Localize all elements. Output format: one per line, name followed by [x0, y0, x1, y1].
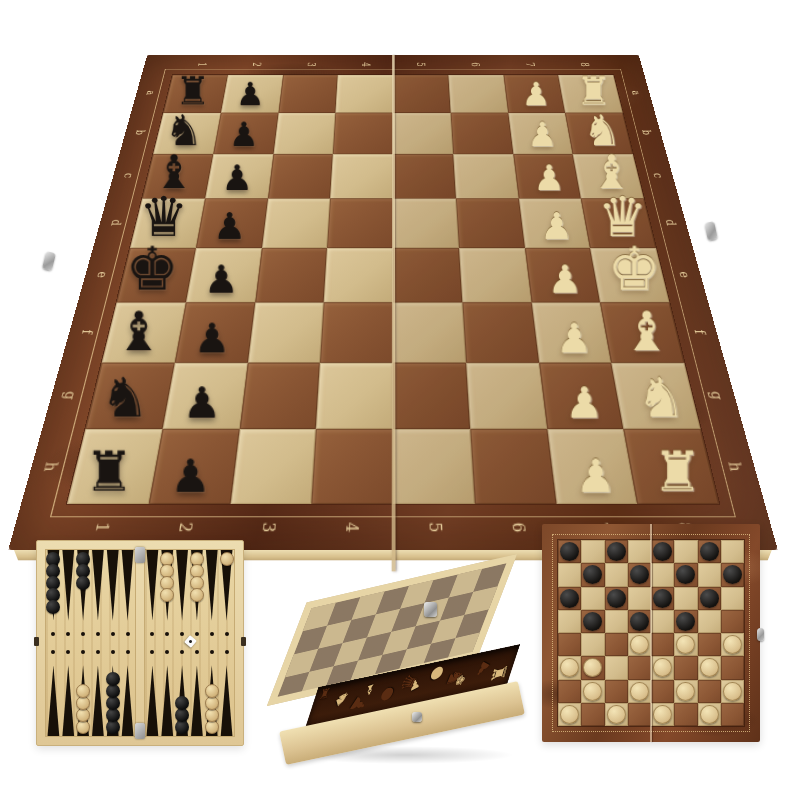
checkers-latch-icon: [757, 628, 764, 641]
black-checker-disc: [676, 612, 695, 631]
file-label-bottom: 5: [425, 522, 444, 532]
checkers-square: [721, 563, 744, 586]
backgammon-left-half: [45, 549, 136, 737]
white-pawn: ♟: [565, 382, 604, 425]
black-checker-disc: [560, 542, 579, 561]
checkers-square: [698, 540, 721, 563]
chess-square-a2: ♟: [221, 75, 283, 113]
file-label-top: 2: [250, 62, 263, 66]
checkers-square: [721, 656, 744, 679]
point-dot: [111, 650, 115, 654]
chess-square-g8: ♞: [611, 362, 700, 429]
wood-checker-disc: [676, 682, 695, 701]
checkers-board: [542, 524, 760, 742]
point-dot: [195, 632, 199, 636]
chess-square-f7: ♟: [531, 302, 611, 362]
chess-square-a4: [336, 75, 393, 113]
rank-label-left: g: [60, 391, 79, 399]
rank-label-right: h: [725, 462, 746, 472]
black-pawn: ♟: [193, 318, 230, 359]
folding-box-ajar: ♜♞♟♝●♛♟●♞♚♟♜: [274, 560, 532, 770]
checkers-square: [651, 656, 674, 679]
wood-backgammon-checker: [76, 708, 90, 722]
black-rook: ♜: [84, 444, 134, 500]
black-backgammon-checker: [106, 684, 120, 698]
rank-label-right: a: [629, 91, 643, 95]
black-backgammon-checker: [175, 708, 189, 722]
file-label-bottom: 3: [258, 522, 278, 532]
file-label-top: 3: [305, 62, 318, 66]
rank-label-right: c: [650, 173, 665, 178]
checkers-square: [721, 610, 744, 633]
point-dot: [225, 632, 229, 636]
backgammon-point: [91, 665, 104, 736]
wood-checker-disc: [560, 658, 579, 677]
checkers-square: [581, 656, 604, 679]
black-backgammon-checker: [106, 672, 120, 686]
chess-square-h2: ♟: [148, 429, 239, 504]
checkers-square: [605, 633, 628, 656]
wood-backgammon-checker: [220, 552, 234, 566]
wood-backgammon-checker: [76, 720, 90, 734]
checkers-square: [698, 656, 721, 679]
chess-square-e3: [255, 248, 327, 302]
backgammon-clasp-left-icon: [34, 637, 39, 646]
file-label-bottom: 2: [175, 522, 196, 532]
checkers-square: [628, 563, 651, 586]
chess-board: ♜♟♟♜♞♟♟♞♝♟♟♝♛♟♟♛♚♟♟♚♝♟♟♝♞♟♟♞♜♟♟♜ 1122334…: [8, 55, 778, 550]
black-bishop: ♝: [115, 304, 163, 358]
chess-square-c3: [268, 154, 333, 199]
point-dot: [150, 632, 154, 636]
wood-backgammon-checker: [205, 696, 219, 710]
wood-checker-disc: [653, 705, 672, 724]
stored-piece: ●: [377, 684, 397, 706]
chess-square-d4: [327, 199, 393, 248]
checkers-square: [558, 633, 581, 656]
chess-square-h5: [393, 429, 475, 504]
wood-checker-disc: [723, 682, 742, 701]
checkers-board-hinge: [650, 524, 652, 742]
wood-backgammon-checker: [205, 720, 219, 734]
checkers-square: [721, 680, 744, 703]
file-label-bottom: 6: [508, 522, 528, 532]
point-dot: [150, 650, 154, 654]
wood-backgammon-checker: [160, 588, 174, 602]
point-dot: [165, 632, 169, 636]
stored-piece: ♜: [488, 662, 511, 684]
black-checker-disc: [630, 565, 649, 584]
chess-square-e6: [459, 248, 531, 302]
checkers-square: [628, 633, 651, 656]
checkers-square: [558, 563, 581, 586]
checkers-square: [581, 587, 604, 610]
checkers-square: [698, 633, 721, 656]
checkers-square: [581, 610, 604, 633]
black-backgammon-checker: [46, 600, 60, 614]
point-dot: [210, 632, 214, 636]
backgammon-point: [190, 665, 203, 736]
point-dot: [126, 632, 130, 636]
chess-square-h4: [311, 429, 393, 504]
wood-checker-disc: [583, 658, 602, 677]
chess-square-c5: [393, 154, 456, 199]
chess-square-g2: ♟: [162, 362, 247, 429]
rank-label-right: d: [662, 220, 678, 226]
chess-square-h7: ♟: [547, 429, 638, 504]
checkers-square: [605, 587, 628, 610]
chess-square-g6: [466, 362, 547, 429]
backgammon-point: [220, 665, 233, 736]
black-checker-disc: [560, 589, 579, 608]
backgammon-point: [161, 665, 174, 736]
backgammon-point: [91, 550, 104, 621]
chess-square-b3: [273, 113, 335, 154]
file-label-top: 6: [469, 62, 482, 66]
rank-label-left: f: [78, 330, 95, 334]
checkers-square: [651, 587, 674, 610]
checkers-square: [581, 703, 604, 726]
chess-square-c7: ♟: [513, 154, 581, 199]
black-checker-disc: [607, 589, 626, 608]
point-dot: [111, 632, 115, 636]
box-clasp-top-icon: [424, 602, 437, 617]
backgammon-point: [205, 550, 218, 621]
black-pawn: ♟: [182, 382, 221, 425]
white-pawn: ♟: [534, 161, 566, 196]
black-king: ♚: [125, 239, 179, 299]
chess-square-g1: ♞: [85, 362, 174, 429]
chess-square-e1: ♚: [117, 248, 196, 302]
chess-square-f4: [320, 302, 393, 362]
chess-square-b7: ♟: [508, 113, 573, 154]
checkers-square: [721, 540, 744, 563]
wood-backgammon-checker: [190, 588, 204, 602]
backgammon-point: [121, 665, 134, 736]
checkers-square: [698, 680, 721, 703]
backgammon-clasp-right-icon: [241, 637, 246, 646]
chess-square-f2: ♟: [175, 302, 255, 362]
checkers-square: [651, 563, 674, 586]
chess-square-g3: [239, 362, 320, 429]
black-checker-disc: [583, 565, 602, 584]
black-checker-disc: [653, 542, 672, 561]
white-pawn: ♟: [556, 318, 593, 359]
point-dot: [195, 650, 199, 654]
wood-checker-disc: [630, 682, 649, 701]
wood-backgammon-checker: [76, 696, 90, 710]
file-label-top: 8: [578, 62, 591, 66]
backgammon-point: [146, 665, 159, 736]
point-dot: [66, 650, 70, 654]
point-dot: [96, 650, 100, 654]
product-photo-page: ♜♟♟♜♞♟♟♞♝♟♟♝♛♟♟♛♚♟♟♚♝♟♟♝♞♟♟♞♜♟♟♜ 1122334…: [0, 0, 786, 786]
rank-label-right: e: [676, 271, 693, 277]
checkers-square: [651, 610, 674, 633]
checkers-square: [581, 540, 604, 563]
chess-square-e5: [393, 248, 462, 302]
checkers-square: [651, 703, 674, 726]
chess-square-a7: ♟: [503, 75, 565, 113]
file-label-top: 5: [414, 62, 427, 66]
chess-square-g7: ♟: [539, 362, 624, 429]
white-pawn: ♟: [576, 454, 617, 500]
chess-square-h6: [470, 429, 556, 504]
rank-label-left: h: [41, 462, 62, 472]
wood-checker-disc: [723, 635, 742, 654]
checkers-square: [698, 587, 721, 610]
checkers-square: [628, 540, 651, 563]
point-dot: [66, 632, 70, 636]
point-dot: [180, 632, 184, 636]
black-backgammon-checker: [106, 708, 120, 722]
checkers-square: [558, 610, 581, 633]
chess-square-d5: [393, 199, 459, 248]
hinge-top-icon: [135, 547, 145, 563]
backgammon-point: [106, 550, 119, 621]
checkers-square: [558, 540, 581, 563]
black-pawn: ♟: [203, 260, 238, 299]
chess-square-a6: [448, 75, 508, 113]
chess-square-f6: [462, 302, 538, 362]
black-checker-disc: [700, 542, 719, 561]
point-dot: [180, 650, 184, 654]
file-label-bottom: 1: [91, 522, 112, 532]
rank-label-right: f: [691, 330, 708, 334]
black-checker-disc: [630, 612, 649, 631]
rank-label-left: a: [143, 91, 157, 95]
chess-square-d2: ♟: [196, 199, 268, 248]
checkers-square: [605, 680, 628, 703]
checkers-square: [674, 703, 697, 726]
chess-square-b5: [393, 113, 453, 154]
point-dot: [96, 632, 100, 636]
chess-square-a3: [278, 75, 338, 113]
black-backgammon-checker: [106, 720, 120, 734]
black-pawn: ♟: [235, 78, 264, 110]
black-checker-disc: [723, 565, 742, 584]
chess-square-b4: [333, 113, 393, 154]
rank-label-left: c: [121, 173, 136, 178]
chess-square-e7: ♟: [525, 248, 601, 302]
backgammon-point: [121, 550, 134, 621]
white-pawn: ♟: [540, 208, 573, 245]
file-label-bottom: 4: [342, 522, 361, 532]
checkers-square: [628, 610, 651, 633]
checkers-square: [698, 563, 721, 586]
checkers-square: [581, 633, 604, 656]
hinge-bottom-icon: [135, 723, 145, 739]
backgammon-point: [146, 550, 159, 621]
chess-square-f1: ♝: [102, 302, 186, 362]
wood-checker-disc: [607, 705, 626, 724]
chess-square-e2: ♟: [186, 248, 262, 302]
wood-backgammon-checker: [205, 708, 219, 722]
checkers-square: [674, 680, 697, 703]
chess-set-photo: ♜♟♟♜♞♟♟♞♝♟♟♝♛♟♟♛♚♟♟♚♝♟♟♝♞♟♟♞♜♟♟♜ 1122334…: [0, 0, 786, 518]
black-checker-disc: [700, 589, 719, 608]
rank-label-right: b: [639, 130, 654, 135]
white-pawn: ♟: [527, 118, 557, 152]
chess-square-d7: ♟: [518, 199, 590, 248]
checkers-square: [674, 587, 697, 610]
file-label-top: 7: [523, 62, 536, 66]
checkers-square: [605, 563, 628, 586]
chess-square-h8: ♜: [624, 429, 719, 504]
backgammon-right-half: [144, 549, 235, 737]
checkers-square: [558, 680, 581, 703]
white-pawn: ♟: [522, 78, 551, 110]
chess-square-e8: ♚: [590, 248, 669, 302]
black-pawn: ♟: [221, 161, 253, 196]
checkers-square: [605, 703, 628, 726]
chess-square-b2: ♟: [213, 113, 278, 154]
chess-square-h1: ♜: [67, 429, 162, 504]
chess-square-h3: [230, 429, 316, 504]
chess-square-g5: [393, 362, 470, 429]
point-dot: [81, 650, 85, 654]
wood-checker-disc: [630, 635, 649, 654]
black-knight: ♞: [100, 370, 149, 425]
checkers-square: [721, 587, 744, 610]
checkers-square: [674, 563, 697, 586]
chess-square-c6: [453, 154, 518, 199]
point-dot: [165, 650, 169, 654]
checkers-square: [628, 680, 651, 703]
black-pawn: ♟: [213, 208, 246, 245]
checkers-square: [674, 610, 697, 633]
point-dot: [210, 650, 214, 654]
checkers-square: [674, 540, 697, 563]
checkers-square: [674, 656, 697, 679]
point-dot: [81, 632, 85, 636]
checkers-square: [651, 540, 674, 563]
chess-square-f5: [393, 302, 466, 362]
checkers-square: [558, 656, 581, 679]
checkers-square: [651, 633, 674, 656]
checkers-square: [721, 633, 744, 656]
black-checker-disc: [607, 542, 626, 561]
wood-checker-disc: [700, 705, 719, 724]
checkers-square: [605, 656, 628, 679]
white-rook: ♜: [652, 444, 702, 500]
black-checker-disc: [676, 565, 695, 584]
stored-piece: ♝: [363, 681, 376, 698]
point-dot: [51, 650, 55, 654]
black-backgammon-checker: [76, 576, 90, 590]
backgammon-point: [175, 550, 188, 621]
checkers-square: [581, 563, 604, 586]
checkers-square: [651, 680, 674, 703]
chess-square-a5: [393, 75, 450, 113]
chess-square-d3: [262, 199, 331, 248]
wood-checker-disc: [560, 705, 579, 724]
checkers-square: [698, 610, 721, 633]
die-icon: [184, 636, 197, 649]
backgammon-board: [36, 540, 244, 746]
latch-left-icon: [42, 251, 56, 271]
rank-label-right: g: [707, 391, 726, 399]
backgammon-point: [47, 665, 60, 736]
wood-checker-disc: [700, 658, 719, 677]
black-backgammon-checker: [175, 720, 189, 734]
checkers-square: [605, 610, 628, 633]
black-backgammon-checker: [175, 696, 189, 710]
backgammon-point: [62, 665, 75, 736]
box-clasp-front-icon: [412, 712, 422, 722]
white-king: ♚: [607, 239, 661, 299]
black-pawn: ♟: [169, 454, 210, 500]
white-pawn: ♟: [548, 260, 583, 299]
chess-square-g4: [316, 362, 393, 429]
chess-square-c2: ♟: [205, 154, 273, 199]
file-label-top: 1: [195, 62, 208, 66]
checkers-square: [628, 587, 651, 610]
file-label-top: 4: [359, 62, 372, 66]
chess-square-f8: ♝: [600, 302, 684, 362]
checkers-square: [581, 680, 604, 703]
checkers-square: [674, 633, 697, 656]
rank-label-left: b: [132, 130, 147, 135]
checkers-square: [558, 703, 581, 726]
wood-checker-disc: [676, 635, 695, 654]
white-knight: ♞: [637, 370, 686, 425]
wood-backgammon-checker: [205, 684, 219, 698]
backgammon-point: [62, 550, 75, 621]
black-backgammon-checker: [106, 696, 120, 710]
point-dot: [225, 650, 229, 654]
rank-label-left: e: [93, 271, 110, 277]
checkers-square: [698, 703, 721, 726]
checkers-square: [628, 656, 651, 679]
chess-square-b6: [450, 113, 512, 154]
black-checker-disc: [583, 612, 602, 631]
wood-checker-disc: [653, 658, 672, 677]
white-bishop: ♝: [623, 304, 671, 358]
checkers-square: [605, 540, 628, 563]
chess-square-d6: [456, 199, 525, 248]
chess-square-f3: [247, 302, 323, 362]
point-dot: [126, 650, 130, 654]
checkers-square: [721, 703, 744, 726]
checkers-square: [628, 703, 651, 726]
stored-piece: ♜: [317, 686, 332, 701]
chess-square-c4: [330, 154, 393, 199]
latch-right-icon: [704, 221, 718, 241]
point-dot: [51, 632, 55, 636]
chess-square-e4: [324, 248, 393, 302]
black-checker-disc: [653, 589, 672, 608]
rank-label-left: d: [108, 220, 124, 226]
checkers-square: [558, 587, 581, 610]
wood-backgammon-checker: [76, 684, 90, 698]
black-pawn: ♟: [228, 118, 258, 152]
wood-checker-disc: [583, 682, 602, 701]
